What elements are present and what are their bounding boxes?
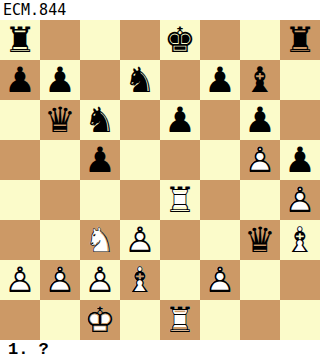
chess-diagram-window: ECM.844 ♜♚♜♟♟♞♟♝♛♞♟♟♟♟♙♟♜♖♟♙♞♘♟♙♛♝♗♟♙♟♙♟… <box>0 0 320 360</box>
pawn-fill-layer: ♟ <box>40 260 80 300</box>
square-e7[interactable] <box>160 60 200 100</box>
square-a1[interactable] <box>0 300 40 340</box>
piece-white-pawn-b2[interactable]: ♟♙ <box>40 260 80 300</box>
queen-glyph: ♛ <box>40 100 80 140</box>
piece-black-knight-d7[interactable]: ♞ <box>120 60 160 100</box>
piece-white-bishop-h3[interactable]: ♝♗ <box>280 220 320 260</box>
square-c2[interactable]: ♟♙ <box>80 260 120 300</box>
square-f6[interactable] <box>200 100 240 140</box>
square-e3[interactable] <box>160 220 200 260</box>
square-h4[interactable]: ♟♙ <box>280 180 320 220</box>
square-f3[interactable] <box>200 220 240 260</box>
square-c4[interactable] <box>80 180 120 220</box>
piece-black-rook-h8[interactable]: ♜ <box>280 20 320 60</box>
knight-glyph: ♞ <box>80 100 120 140</box>
square-f4[interactable] <box>200 180 240 220</box>
square-f5[interactable] <box>200 140 240 180</box>
square-b1[interactable] <box>40 300 80 340</box>
pawn-fill-layer: ♟ <box>280 180 320 220</box>
piece-white-pawn-g5[interactable]: ♟♙ <box>240 140 280 180</box>
square-e5[interactable] <box>160 140 200 180</box>
square-a4[interactable] <box>0 180 40 220</box>
piece-black-pawn-c5[interactable]: ♟ <box>80 140 120 180</box>
square-c8[interactable] <box>80 20 120 60</box>
piece-white-bishop-d2[interactable]: ♝♗ <box>120 260 160 300</box>
pawn-fill-layer: ♟ <box>120 220 160 260</box>
square-d5[interactable] <box>120 140 160 180</box>
square-c3[interactable]: ♞♘ <box>80 220 120 260</box>
square-g7[interactable]: ♝ <box>240 60 280 100</box>
piece-white-king-c1[interactable]: ♚♔ <box>80 300 120 340</box>
pawn-outline-layer: ♙ <box>240 140 280 180</box>
square-d8[interactable] <box>120 20 160 60</box>
pawn-outline-layer: ♙ <box>40 260 80 300</box>
bishop-fill-layer: ♝ <box>280 220 320 260</box>
square-h2[interactable] <box>280 260 320 300</box>
square-c1[interactable]: ♚♔ <box>80 300 120 340</box>
square-d3[interactable]: ♟♙ <box>120 220 160 260</box>
pawn-glyph: ♟ <box>80 140 120 180</box>
piece-white-rook-e4[interactable]: ♜♖ <box>160 180 200 220</box>
rook-outline-layer: ♖ <box>160 180 200 220</box>
square-b4[interactable] <box>40 180 80 220</box>
rook-glyph: ♜ <box>280 20 320 60</box>
square-g4[interactable] <box>240 180 280 220</box>
square-d7[interactable]: ♞ <box>120 60 160 100</box>
pawn-glyph: ♟ <box>200 60 240 100</box>
diagram-footer: 1. ? <box>0 340 320 360</box>
pawn-glyph: ♟ <box>240 100 280 140</box>
piece-black-pawn-g6[interactable]: ♟ <box>240 100 280 140</box>
pawn-glyph: ♟ <box>0 60 40 100</box>
square-c5[interactable]: ♟ <box>80 140 120 180</box>
diagram-header: ECM.844 <box>0 0 320 20</box>
square-e8[interactable]: ♚ <box>160 20 200 60</box>
square-f2[interactable]: ♟♙ <box>200 260 240 300</box>
bishop-outline-layer: ♗ <box>280 220 320 260</box>
square-h6[interactable] <box>280 100 320 140</box>
pawn-glyph: ♟ <box>40 60 80 100</box>
square-e2[interactable] <box>160 260 200 300</box>
piece-black-king-e8[interactable]: ♚ <box>160 20 200 60</box>
king-outline-layer: ♔ <box>80 300 120 340</box>
pawn-fill-layer: ♟ <box>80 260 120 300</box>
piece-white-pawn-f2[interactable]: ♟♙ <box>200 260 240 300</box>
square-h8[interactable]: ♜ <box>280 20 320 60</box>
rook-fill-layer: ♜ <box>160 300 200 340</box>
square-e1[interactable]: ♜♖ <box>160 300 200 340</box>
square-a8[interactable]: ♜ <box>0 20 40 60</box>
square-a2[interactable]: ♟♙ <box>0 260 40 300</box>
square-h3[interactable]: ♝♗ <box>280 220 320 260</box>
square-g6[interactable]: ♟ <box>240 100 280 140</box>
bishop-glyph: ♝ <box>240 60 280 100</box>
piece-black-pawn-e6[interactable]: ♟ <box>160 100 200 140</box>
square-b2[interactable]: ♟♙ <box>40 260 80 300</box>
king-glyph: ♚ <box>160 20 200 60</box>
chess-board: ♜♚♜♟♟♞♟♝♛♞♟♟♟♟♙♟♜♖♟♙♞♘♟♙♛♝♗♟♙♟♙♟♙♝♗♟♙♚♔♜… <box>0 20 320 340</box>
square-g3[interactable]: ♛ <box>240 220 280 260</box>
square-e4[interactable]: ♜♖ <box>160 180 200 220</box>
pawn-outline-layer: ♙ <box>200 260 240 300</box>
square-c6[interactable]: ♞ <box>80 100 120 140</box>
square-f7[interactable]: ♟ <box>200 60 240 100</box>
square-h1[interactable] <box>280 300 320 340</box>
pawn-outline-layer: ♙ <box>120 220 160 260</box>
queen-glyph: ♛ <box>240 220 280 260</box>
pawn-outline-layer: ♙ <box>280 180 320 220</box>
piece-black-rook-a8[interactable]: ♜ <box>0 20 40 60</box>
piece-white-pawn-c2[interactable]: ♟♙ <box>80 260 120 300</box>
piece-black-pawn-h5[interactable]: ♟ <box>280 140 320 180</box>
square-d4[interactable] <box>120 180 160 220</box>
pawn-glyph: ♟ <box>160 100 200 140</box>
knight-outline-layer: ♘ <box>80 220 120 260</box>
piece-black-bishop-g7[interactable]: ♝ <box>240 60 280 100</box>
square-a6[interactable] <box>0 100 40 140</box>
king-fill-layer: ♚ <box>80 300 120 340</box>
rook-glyph: ♜ <box>0 20 40 60</box>
piece-black-pawn-a7[interactable]: ♟ <box>0 60 40 100</box>
move-prompt: 1. ? <box>0 340 49 360</box>
square-b5[interactable] <box>40 140 80 180</box>
bishop-fill-layer: ♝ <box>120 260 160 300</box>
pawn-outline-layer: ♙ <box>80 260 120 300</box>
piece-white-knight-c3[interactable]: ♞♘ <box>80 220 120 260</box>
pawn-glyph: ♟ <box>280 140 320 180</box>
piece-white-pawn-a2[interactable]: ♟♙ <box>0 260 40 300</box>
square-f8[interactable] <box>200 20 240 60</box>
rook-fill-layer: ♜ <box>160 180 200 220</box>
pawn-outline-layer: ♙ <box>0 260 40 300</box>
piece-black-knight-c6[interactable]: ♞ <box>80 100 120 140</box>
square-c7[interactable] <box>80 60 120 100</box>
square-d2[interactable]: ♝♗ <box>120 260 160 300</box>
pawn-fill-layer: ♟ <box>0 260 40 300</box>
square-h5[interactable]: ♟ <box>280 140 320 180</box>
square-g5[interactable]: ♟♙ <box>240 140 280 180</box>
square-b3[interactable] <box>40 220 80 260</box>
piece-black-queen-g3[interactable]: ♛ <box>240 220 280 260</box>
square-g1[interactable] <box>240 300 280 340</box>
knight-fill-layer: ♞ <box>80 220 120 260</box>
square-h7[interactable] <box>280 60 320 100</box>
knight-glyph: ♞ <box>120 60 160 100</box>
puzzle-title: ECM.844 <box>0 0 66 20</box>
square-b7[interactable]: ♟ <box>40 60 80 100</box>
square-a3[interactable] <box>0 220 40 260</box>
square-g2[interactable] <box>240 260 280 300</box>
piece-white-pawn-d3[interactable]: ♟♙ <box>120 220 160 260</box>
square-f1[interactable] <box>200 300 240 340</box>
square-g8[interactable] <box>240 20 280 60</box>
piece-white-rook-e1[interactable]: ♜♖ <box>160 300 200 340</box>
square-a7[interactable]: ♟ <box>0 60 40 100</box>
square-e6[interactable]: ♟ <box>160 100 200 140</box>
pawn-fill-layer: ♟ <box>240 140 280 180</box>
square-d6[interactable] <box>120 100 160 140</box>
square-b8[interactable] <box>40 20 80 60</box>
piece-black-pawn-f7[interactable]: ♟ <box>200 60 240 100</box>
piece-black-pawn-b7[interactable]: ♟ <box>40 60 80 100</box>
square-a5[interactable] <box>0 140 40 180</box>
piece-white-pawn-h4[interactable]: ♟♙ <box>280 180 320 220</box>
square-d1[interactable] <box>120 300 160 340</box>
square-b6[interactable]: ♛ <box>40 100 80 140</box>
rook-outline-layer: ♖ <box>160 300 200 340</box>
bishop-outline-layer: ♗ <box>120 260 160 300</box>
pawn-fill-layer: ♟ <box>200 260 240 300</box>
piece-black-queen-b6[interactable]: ♛ <box>40 100 80 140</box>
